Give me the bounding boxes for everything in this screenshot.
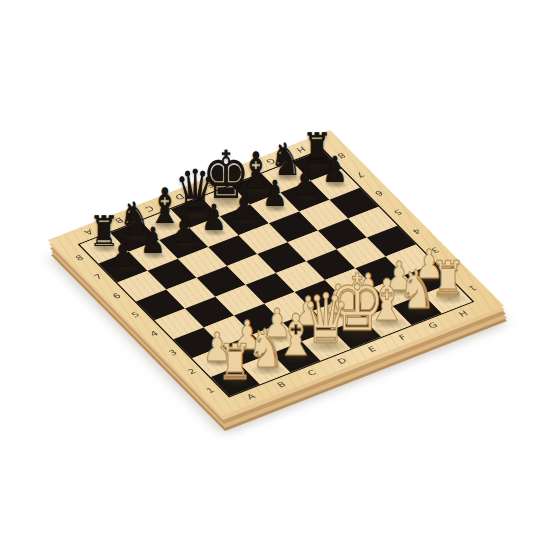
chess-set-photo: AABBCCDDEEFFGGHH1122334455667788 ♜♞♝♛♚♝♞… xyxy=(0,0,560,560)
piece-black-pawn[interactable]: ♟ xyxy=(322,153,348,189)
piece-black-pawn[interactable]: ♟ xyxy=(292,164,318,200)
piece-white-rook[interactable]: ♜ xyxy=(218,337,253,386)
piece-black-pawn[interactable]: ♟ xyxy=(201,200,227,236)
pieces-layer: ♜♞♝♛♚♝♞♜♟♟♟♟♟♟♟♟♟♟♟♟♟♟♟♟♜♞♝♛♚♝♞♜ xyxy=(0,0,560,560)
piece-black-pawn[interactable]: ♟ xyxy=(171,212,197,248)
piece-black-pawn[interactable]: ♟ xyxy=(231,188,257,224)
piece-black-pawn[interactable]: ♟ xyxy=(110,235,136,271)
piece-black-pawn[interactable]: ♟ xyxy=(262,176,288,212)
piece-black-pawn[interactable]: ♟ xyxy=(140,224,166,260)
